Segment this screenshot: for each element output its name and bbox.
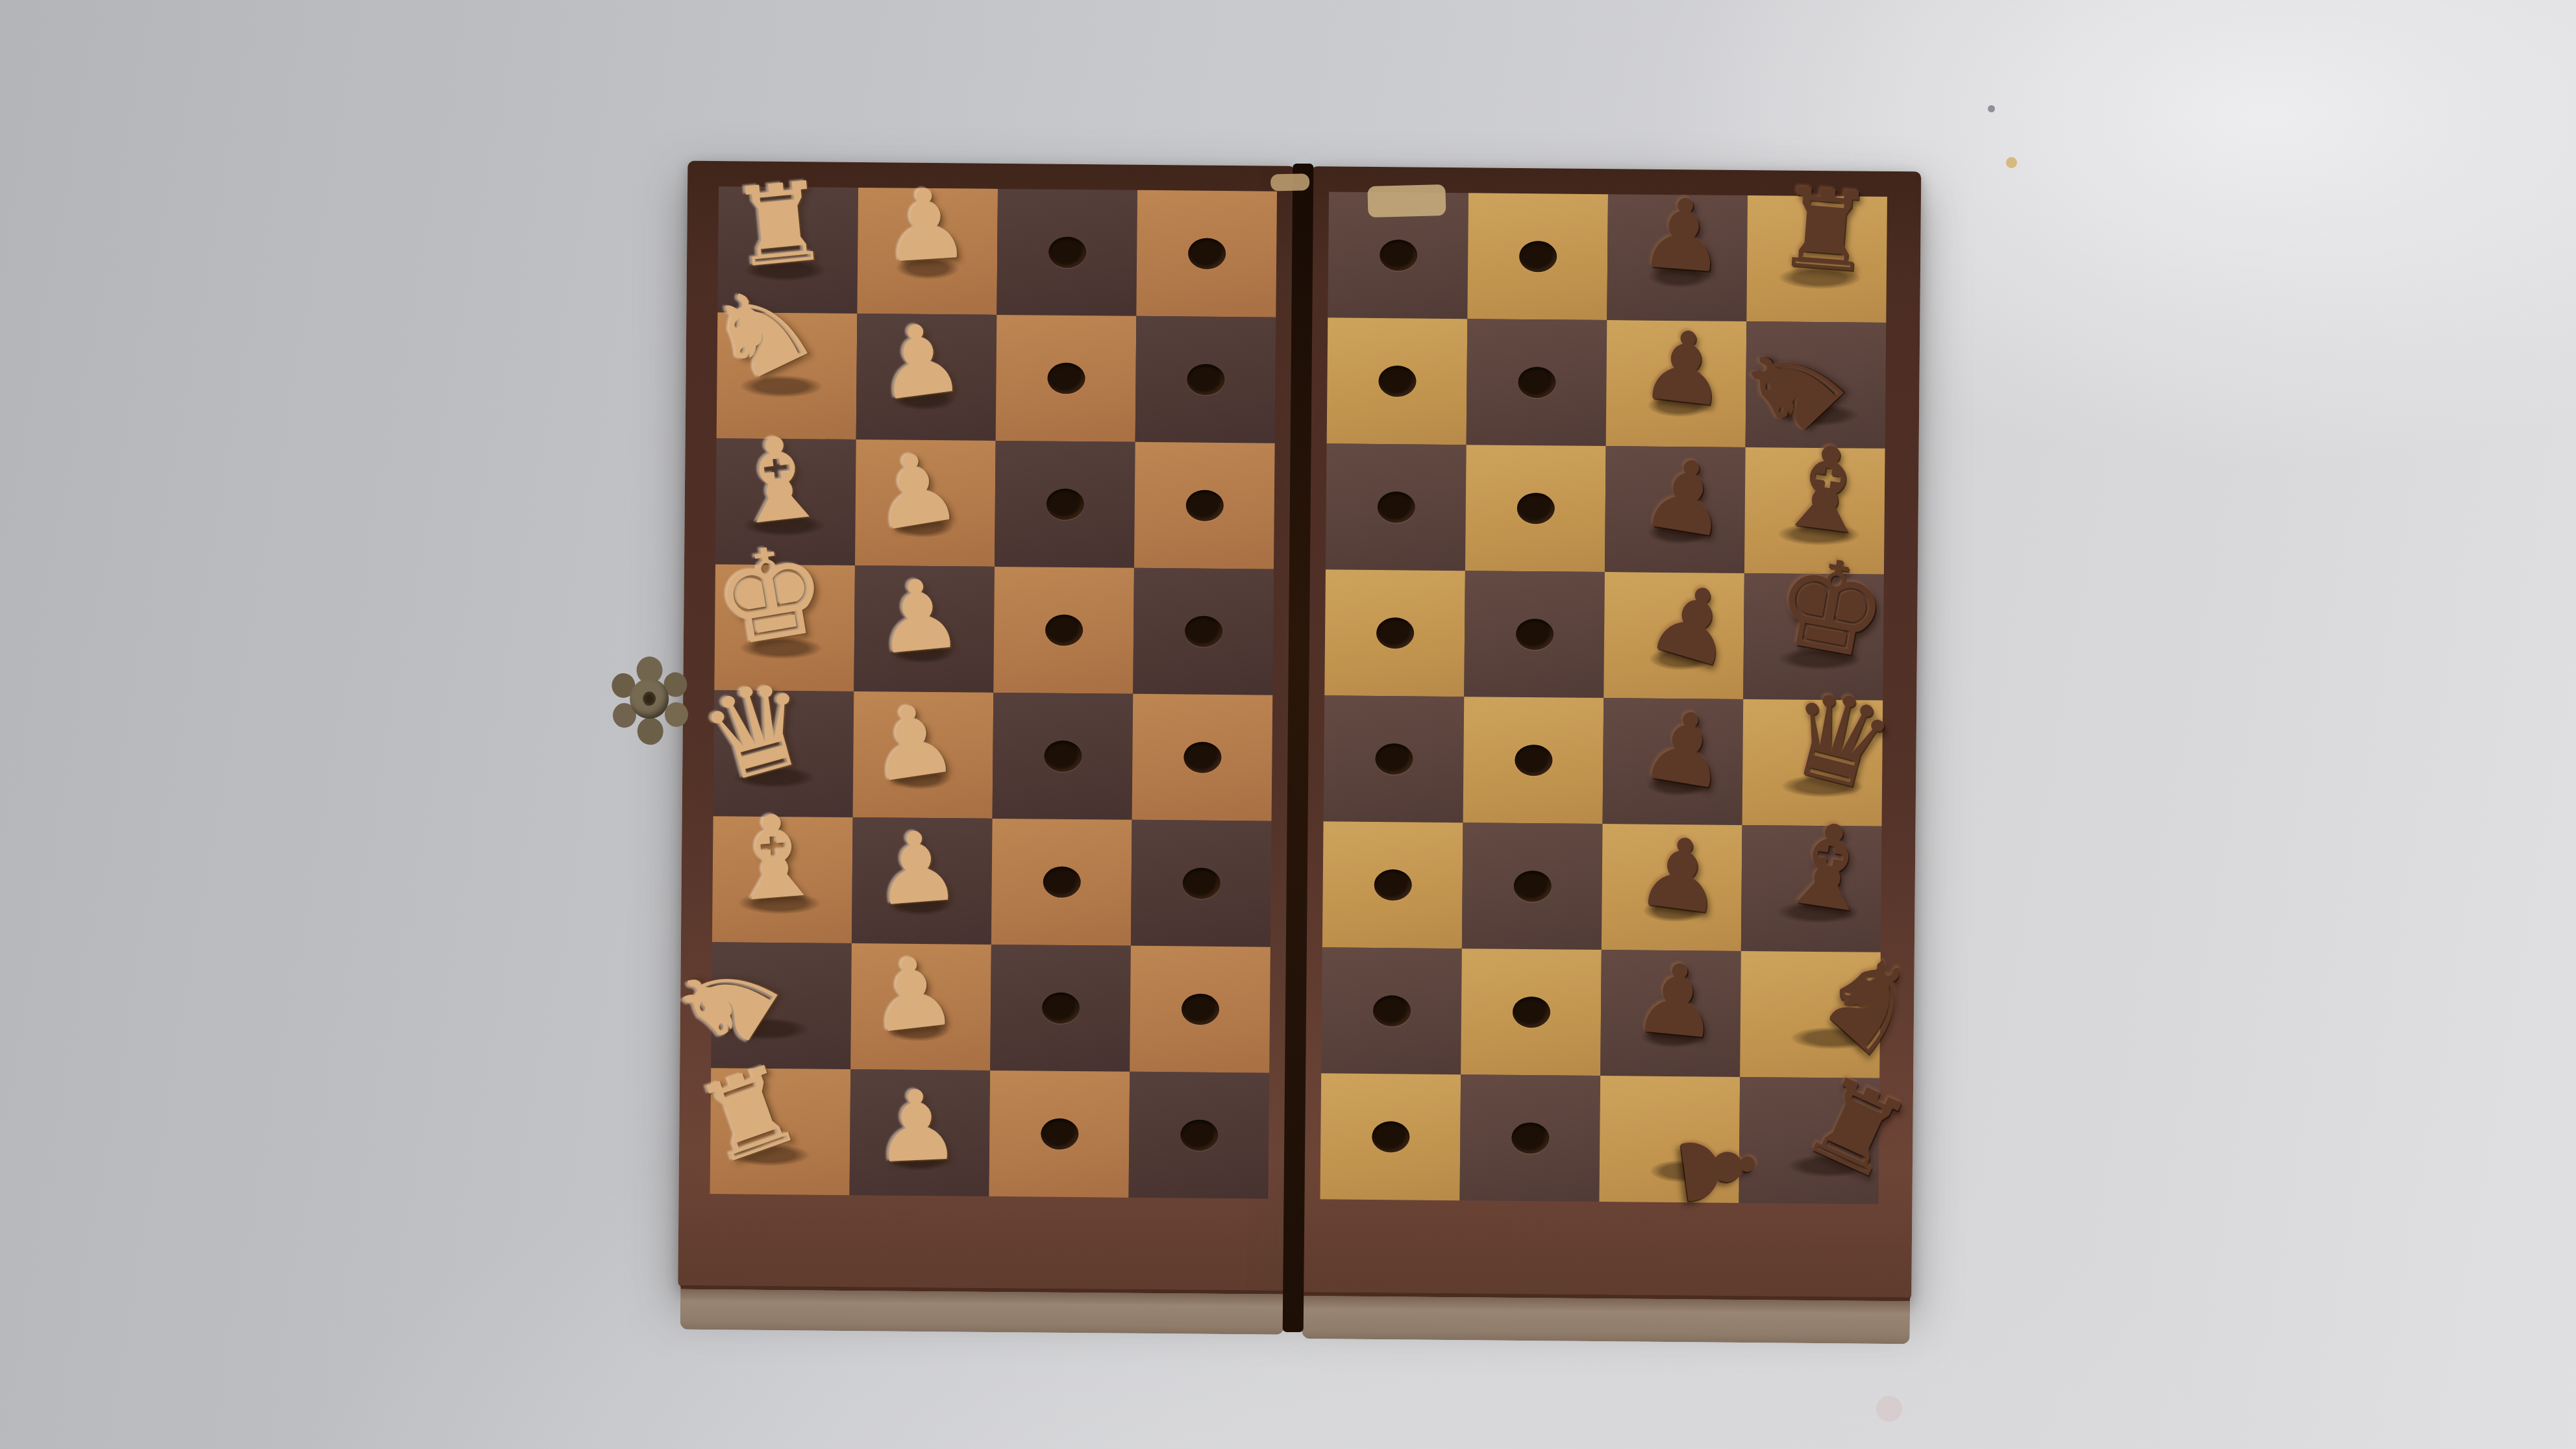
board-square bbox=[1132, 694, 1273, 821]
piece-shadow bbox=[1650, 648, 1712, 671]
peg-hole bbox=[1512, 997, 1550, 1028]
board-square bbox=[1128, 1072, 1269, 1199]
board-square bbox=[1600, 950, 1741, 1077]
peg-hole bbox=[1047, 363, 1085, 395]
piece-shadow bbox=[893, 388, 956, 410]
peg-hole bbox=[1513, 871, 1551, 902]
board-square bbox=[995, 441, 1135, 568]
board-square bbox=[1324, 569, 1465, 697]
piece-shadow bbox=[1648, 265, 1710, 288]
peg-hole bbox=[1181, 993, 1219, 1025]
board-square bbox=[1321, 947, 1462, 1074]
board-square bbox=[850, 943, 991, 1071]
board-square bbox=[711, 942, 852, 1069]
piece-shadow bbox=[1787, 1154, 1869, 1177]
board-square bbox=[993, 693, 1133, 820]
background-speck bbox=[1876, 1396, 1902, 1422]
background-speck bbox=[2006, 157, 2017, 168]
wood-chip bbox=[1270, 173, 1310, 192]
peg-hole bbox=[1041, 993, 1079, 1024]
board-square bbox=[713, 690, 854, 817]
board-square bbox=[857, 188, 998, 315]
board-square bbox=[1461, 948, 1602, 1076]
peg-hole bbox=[1184, 615, 1222, 647]
board-square bbox=[1742, 699, 1883, 826]
peg-hole bbox=[1043, 867, 1080, 898]
piece-shadow bbox=[1650, 1159, 1712, 1182]
peg-hole bbox=[1515, 745, 1552, 776]
board-square bbox=[1463, 697, 1604, 824]
board-square bbox=[1605, 446, 1746, 573]
board-square bbox=[1746, 321, 1887, 449]
board-square bbox=[710, 1068, 851, 1195]
board-square bbox=[1740, 951, 1881, 1078]
board-square bbox=[1130, 946, 1270, 1073]
photo-background: ♜♞♝♚♛♝♞♜♟♟♟♟♟♟♟♟♟♟♟♟♟♟♟♟♜♞♝♚♛♝♞♜ bbox=[0, 0, 2576, 1449]
board-square bbox=[854, 565, 995, 693]
board-square bbox=[855, 440, 996, 567]
piece-shadow bbox=[1648, 394, 1710, 417]
board-square bbox=[1603, 698, 1744, 825]
board-square bbox=[991, 819, 1132, 946]
peg-hole bbox=[1518, 241, 1556, 273]
board-left-side-face bbox=[680, 1285, 1285, 1335]
board-square bbox=[1327, 317, 1468, 445]
board-square bbox=[714, 564, 855, 691]
board-square bbox=[1467, 193, 1608, 320]
peg-hole bbox=[1046, 489, 1084, 521]
board-square bbox=[989, 1071, 1130, 1198]
board-square bbox=[1326, 443, 1467, 571]
piece-shadow bbox=[1778, 647, 1860, 670]
board-square bbox=[1607, 194, 1748, 321]
board-square bbox=[997, 189, 1137, 316]
background-speck bbox=[1988, 105, 1995, 112]
board-square bbox=[853, 691, 994, 819]
board-right-side-face bbox=[1302, 1292, 1911, 1344]
peg-hole bbox=[1048, 237, 1085, 269]
board-square bbox=[1459, 1074, 1600, 1202]
peg-hole bbox=[1515, 619, 1553, 650]
board-square bbox=[1599, 1076, 1740, 1203]
board-square bbox=[1462, 823, 1603, 950]
board-square bbox=[1606, 320, 1747, 447]
peg-hole bbox=[1183, 741, 1221, 773]
peg-hole bbox=[1379, 240, 1417, 271]
peg-hole bbox=[1375, 743, 1413, 775]
board-square bbox=[850, 1069, 991, 1196]
board-square bbox=[1739, 1077, 1879, 1204]
peg-hole bbox=[1378, 365, 1416, 397]
board-square bbox=[1131, 820, 1272, 947]
board-square bbox=[1465, 445, 1606, 572]
peg-hole bbox=[1372, 995, 1410, 1027]
board-square bbox=[856, 314, 997, 441]
board-square bbox=[996, 315, 1137, 442]
peg-hole bbox=[1372, 1121, 1409, 1153]
board-square bbox=[715, 438, 856, 565]
peg-hole bbox=[1517, 493, 1554, 525]
board-square bbox=[1604, 572, 1744, 699]
peg-hole bbox=[1518, 367, 1555, 399]
board-square bbox=[1136, 190, 1277, 317]
board-square bbox=[1744, 447, 1885, 575]
peg-hole bbox=[1376, 617, 1413, 649]
peg-hole bbox=[1185, 489, 1223, 521]
board-square bbox=[1741, 825, 1882, 952]
peg-hole bbox=[1044, 741, 1082, 773]
peg-hole bbox=[1180, 1119, 1218, 1151]
board-square bbox=[1322, 821, 1463, 948]
board-square bbox=[1602, 824, 1742, 951]
peg-hole bbox=[1374, 869, 1411, 901]
board-square bbox=[1746, 195, 1887, 323]
board-square bbox=[1464, 571, 1605, 698]
brass-clasp bbox=[630, 678, 669, 719]
board-square bbox=[1135, 316, 1276, 443]
board-square bbox=[1320, 1073, 1461, 1200]
board-square bbox=[1324, 695, 1465, 823]
peg-hole bbox=[1511, 1122, 1549, 1154]
board-square bbox=[852, 817, 993, 945]
peg-hole bbox=[1041, 1119, 1078, 1150]
board-square bbox=[1134, 442, 1275, 569]
board-square bbox=[1743, 573, 1884, 700]
board-square bbox=[717, 186, 858, 314]
peg-hole bbox=[1187, 364, 1224, 395]
peg-hole bbox=[1377, 491, 1415, 523]
wood-chip bbox=[1367, 184, 1446, 217]
board-square bbox=[1133, 568, 1274, 695]
peg-hole bbox=[1045, 615, 1082, 647]
board-square bbox=[712, 816, 853, 943]
piece-shadow bbox=[1644, 900, 1706, 923]
chess-board: ♜♞♝♚♛♝♞♜♟♟♟♟♟♟♟♟♟♟♟♟♟♟♟♟♜♞♝♚♛♝♞♜ bbox=[0, 0, 2576, 1449]
peg-hole bbox=[1187, 238, 1225, 269]
board-square bbox=[1467, 319, 1607, 446]
board-square bbox=[990, 945, 1131, 1072]
board-square bbox=[993, 567, 1134, 694]
peg-hole bbox=[1182, 867, 1220, 899]
